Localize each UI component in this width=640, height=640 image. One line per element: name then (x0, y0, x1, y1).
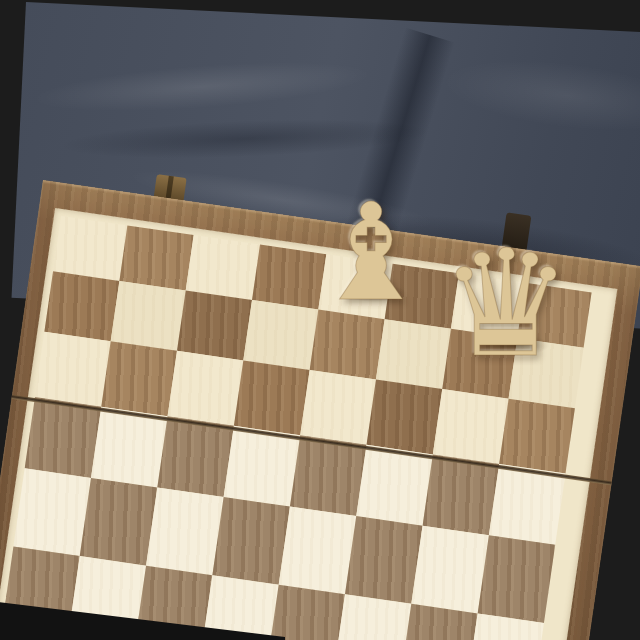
square-h4[interactable] (478, 535, 556, 623)
square-c4[interactable] (146, 487, 224, 575)
square-h6[interactable] (499, 399, 575, 474)
square-d4[interactable] (212, 497, 290, 585)
square-b8[interactable] (119, 225, 193, 290)
square-g6[interactable] (433, 389, 509, 464)
square-f6[interactable] (367, 380, 443, 455)
square-e6[interactable] (300, 370, 376, 445)
square-b4[interactable] (80, 478, 158, 566)
square-a6[interactable] (35, 332, 111, 407)
square-b7[interactable] (111, 281, 186, 351)
piece-white-bishop-e8[interactable]: ♝ (301, 186, 441, 320)
square-f4[interactable] (345, 516, 423, 604)
square-a7[interactable] (44, 271, 119, 341)
cloth-fold-highlight (439, 49, 640, 142)
square-a4[interactable] (13, 468, 91, 556)
piece-white-queen-g7[interactable]: ♛ (432, 230, 580, 378)
square-b6[interactable] (101, 341, 177, 416)
square-e4[interactable] (279, 507, 357, 595)
square-g4[interactable] (411, 526, 489, 614)
square-c6[interactable] (168, 351, 244, 426)
cloth-fold-highlight (31, 53, 373, 120)
square-e3[interactable] (266, 585, 345, 640)
photo-scene: ♝ ♛ (0, 0, 640, 640)
square-c8[interactable] (186, 235, 260, 300)
square-c7[interactable] (177, 290, 252, 360)
square-a8[interactable] (53, 216, 127, 281)
square-d6[interactable] (234, 360, 310, 435)
